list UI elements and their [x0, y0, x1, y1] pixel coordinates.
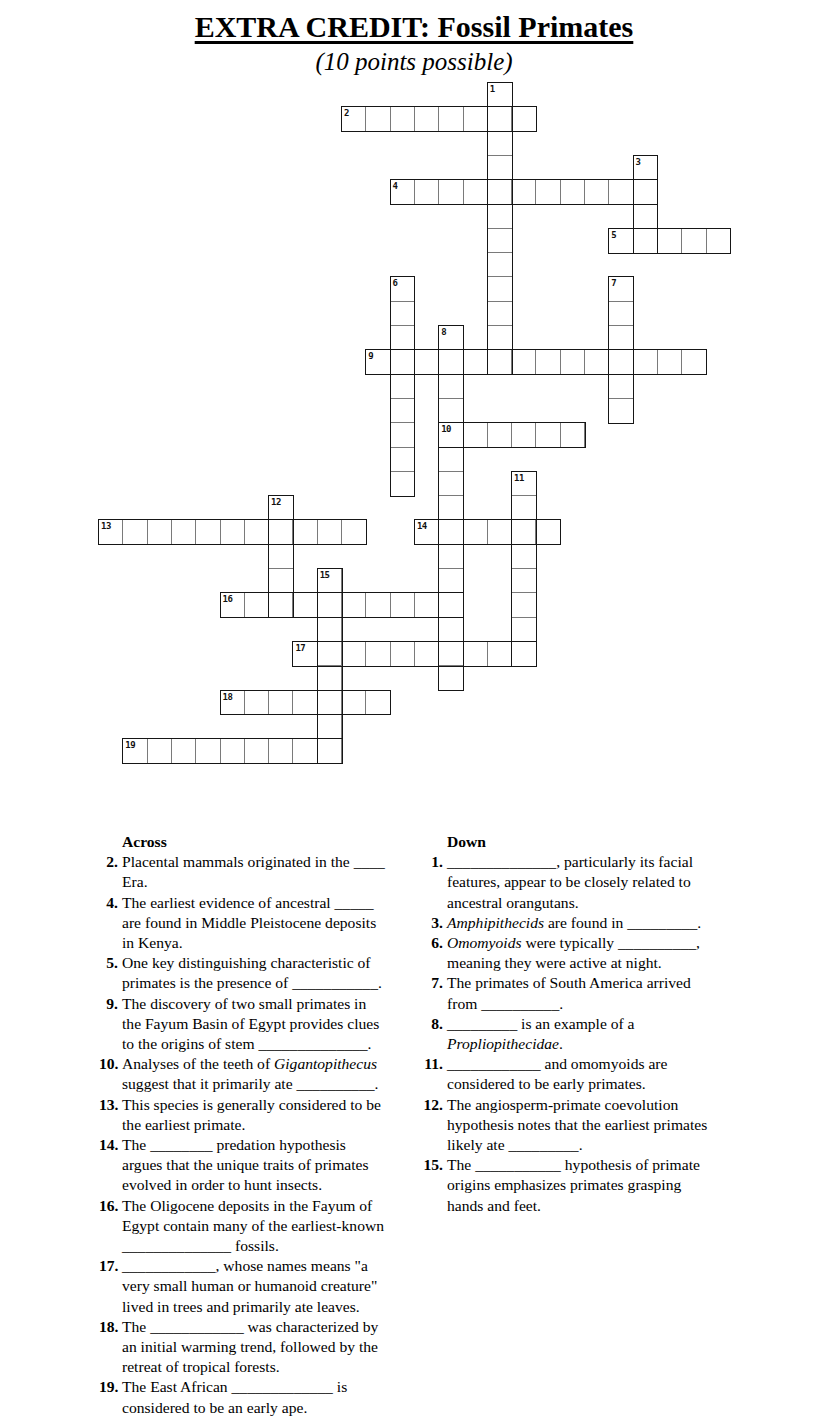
clue-text: The ___________ hypothesis of primateori…	[447, 1156, 700, 1213]
crossword-cell-r25-c6[interactable]	[244, 690, 270, 716]
crossword-cell-r20-c14[interactable]	[438, 568, 464, 594]
crossword-cell-r25-c8[interactable]	[292, 690, 318, 716]
clue-number: 9.	[99, 994, 118, 1014]
crossword-cell-r14-c15[interactable]	[463, 422, 489, 448]
crossword-cell-r6-c23[interactable]	[657, 228, 683, 254]
crossword-cell-r27-c9[interactable]	[317, 738, 343, 764]
down-clue-list: 1.______________, particularly its facia…	[419, 852, 749, 1216]
crossword-cell-r14-c19[interactable]	[560, 422, 586, 448]
clue-down-7: 7.The primates of South America arrivedf…	[419, 973, 749, 1013]
crossword-cell-r20-c7[interactable]	[268, 568, 294, 594]
clue-down-1: 1.______________, particularly its facia…	[419, 852, 749, 913]
crossword-cell-r18-c15[interactable]	[463, 519, 489, 545]
crossword-cell-r27-c5[interactable]	[220, 738, 246, 764]
crossword-cell-r11-c21[interactable]	[608, 349, 634, 375]
crossword-cell-r8-c16[interactable]	[487, 276, 513, 302]
crossword-cell-r22-c9[interactable]	[317, 617, 343, 643]
down-header: Down	[419, 832, 749, 852]
crossword-cell-r11-c14[interactable]	[438, 349, 464, 375]
clue-down-8: 8._________ is an example of aPropliopit…	[419, 1014, 749, 1054]
clue-number: 14.	[99, 1135, 118, 1155]
clue-number: 11.	[419, 1054, 443, 1074]
crossword-cell-r6-c22[interactable]	[633, 228, 659, 254]
clue-across-9: 9.The discovery of two small primates in…	[99, 994, 429, 1055]
cell-number-4: 4	[393, 182, 398, 191]
clue-number: 19.	[99, 1377, 118, 1397]
clue-text: Amphipithecids are found in _________.	[447, 914, 701, 931]
crossword-cell-r18-c5[interactable]	[220, 519, 246, 545]
crossword-cell-r11-c22[interactable]	[633, 349, 659, 375]
crossword-cell-r20-c17[interactable]	[511, 568, 537, 594]
crossword-cell-r11-c18[interactable]	[535, 349, 561, 375]
clue-number: 3.	[419, 913, 443, 933]
clue-text: Placental mammals originated in the ____…	[122, 853, 385, 890]
crossword-cell-r21-c13[interactable]	[414, 592, 440, 618]
across-header: Across	[99, 832, 429, 852]
crossword-cell-r12-c14[interactable]	[438, 374, 464, 400]
crossword-cell-r23-c10[interactable]	[341, 641, 367, 667]
crossword-cell-r13-c12[interactable]	[390, 398, 416, 424]
clue-number: 16.	[99, 1196, 118, 1216]
across-clue-list: 2.Placental mammals originated in the __…	[99, 852, 429, 1418]
crossword-cell-r13-c14[interactable]	[438, 398, 464, 424]
crossword-cell-r14-c16[interactable]	[487, 422, 513, 448]
crossword-cell-r9-c12[interactable]	[390, 301, 416, 327]
crossword-cell-r2-c16[interactable]	[487, 131, 513, 157]
crossword-cell-r4-c22[interactable]	[633, 179, 659, 205]
crossword-cell-r27-c2[interactable]	[147, 738, 173, 764]
crossword-cell-r4-c13[interactable]	[414, 179, 440, 205]
clue-number: 6.	[419, 933, 443, 953]
clue-text: The primates of South America arrivedfro…	[447, 974, 691, 1011]
clue-text: Analyses of the teeth of Gigantopithecus…	[122, 1055, 378, 1092]
crossword-cell-r21-c11[interactable]	[365, 592, 391, 618]
crossword-cell-r23-c15[interactable]	[463, 641, 489, 667]
clue-number: 7.	[419, 973, 443, 993]
crossword-cell-r15-c12[interactable]	[390, 447, 416, 473]
cell-number-14: 14	[417, 522, 427, 531]
cell-number-6: 6	[393, 279, 398, 288]
clue-number: 5.	[99, 953, 118, 973]
crossword-cell-r11-c19[interactable]	[560, 349, 586, 375]
crossword-cell-r1-c13[interactable]	[414, 106, 440, 132]
crossword-cell-r18-c9[interactable]	[317, 519, 343, 545]
crossword-cell-r25-c7[interactable]	[268, 690, 294, 716]
crossword-cell-r7-c16[interactable]	[487, 252, 513, 278]
crossword-cell-r6-c16[interactable]	[487, 228, 513, 254]
clue-text: The ________ predation hypothesisargues …	[122, 1136, 369, 1193]
cell-number-12: 12	[271, 498, 281, 507]
crossword-grid: 12345678910111213141516171819	[98, 82, 730, 763]
clue-text: Omomyoids were typically __________,mean…	[447, 934, 700, 971]
cell-number-19: 19	[125, 741, 135, 750]
crossword-cell-r18-c3[interactable]	[171, 519, 197, 545]
crossword-cell-r14-c18[interactable]	[535, 422, 561, 448]
crossword-cell-r18-c18[interactable]	[535, 519, 561, 545]
crossword-cell-r11-c16[interactable]	[487, 349, 513, 375]
crossword-cell-r16-c14[interactable]	[438, 471, 464, 497]
crossword-cell-r4-c14[interactable]	[438, 179, 464, 205]
crossword-cell-r21-c17[interactable]	[511, 592, 537, 618]
crossword-cell-r13-c21[interactable]	[608, 398, 634, 424]
crossword-cell-r14-c12[interactable]	[390, 422, 416, 448]
crossword-cell-r21-c9[interactable]	[317, 592, 343, 618]
crossword-cell-r27-c4[interactable]	[195, 738, 221, 764]
crossword-cell-r19-c14[interactable]	[438, 544, 464, 570]
crossword-cell-r1-c17[interactable]	[511, 106, 537, 132]
clue-number: 8.	[419, 1014, 443, 1034]
crossword-cell-r9-c21[interactable]	[608, 301, 634, 327]
cell-number-15: 15	[320, 571, 330, 580]
clue-across-17: 17.____________, whose names means "aver…	[99, 1256, 429, 1317]
crossword-cell-r11-c12[interactable]	[390, 349, 416, 375]
cell-number-7: 7	[611, 279, 616, 288]
crossword-cell-r26-c9[interactable]	[317, 714, 343, 740]
crossword-cell-r11-c13[interactable]	[414, 349, 440, 375]
cell-number-3: 3	[636, 158, 641, 167]
crossword-cell-r18-c2[interactable]	[147, 519, 173, 545]
crossword-cell-r16-c12[interactable]	[390, 471, 416, 497]
clue-text: The discovery of two small primates inth…	[122, 995, 379, 1052]
crossword-cell-r18-c17[interactable]	[511, 519, 537, 545]
clue-across-13: 13.This species is generally considered …	[99, 1095, 429, 1135]
cell-number-16: 16	[223, 595, 233, 604]
clue-number: 10.	[99, 1054, 118, 1074]
crossword-cell-r18-c14[interactable]	[438, 519, 464, 545]
clue-across-18: 18.The ____________ was characterized by…	[99, 1317, 429, 1378]
crossword-cell-r23-c14[interactable]	[438, 641, 464, 667]
clue-down-12: 12.The angiosperm-primate coevolutionhyp…	[419, 1095, 749, 1156]
crossword-cell-r27-c8[interactable]	[292, 738, 318, 764]
clue-text: The earliest evidence of ancestral _____…	[122, 894, 376, 951]
clue-number: 18.	[99, 1317, 118, 1337]
crossword-cell-r22-c14[interactable]	[438, 617, 464, 643]
crossword-cell-r18-c8[interactable]	[292, 519, 318, 545]
clue-across-2: 2.Placental mammals originated in the __…	[99, 852, 429, 892]
down-clues-column: Down 1.______________, particularly its …	[419, 832, 749, 1216]
crossword-cell-r10-c16[interactable]	[487, 325, 513, 351]
crossword-cell-r24-c9[interactable]	[317, 665, 343, 691]
clue-number: 17.	[99, 1256, 118, 1276]
crossword-cell-r10-c21[interactable]	[608, 325, 634, 351]
crossword-cell-r23-c12[interactable]	[390, 641, 416, 667]
crossword-cell-r11-c17[interactable]	[511, 349, 537, 375]
crossword-cell-r27-c7[interactable]	[268, 738, 294, 764]
worksheet-page: EXTRA CREDIT: Fossil Primates (10 points…	[0, 0, 828, 1418]
clue-down-15: 15.The ___________ hypothesis of primate…	[419, 1155, 749, 1216]
crossword-cell-r4-c15[interactable]	[463, 179, 489, 205]
crossword-cell-r18-c1[interactable]	[122, 519, 148, 545]
crossword-cell-r6-c24[interactable]	[681, 228, 707, 254]
crossword-cell-r23-c16[interactable]	[487, 641, 513, 667]
crossword-cell-r21-c12[interactable]	[390, 592, 416, 618]
crossword-cell-r4-c17[interactable]	[511, 179, 537, 205]
clue-text: The East African _____________ isconside…	[122, 1378, 347, 1415]
cell-number-10: 10	[441, 425, 451, 434]
clue-across-14: 14.The ________ predation hypothesisargu…	[99, 1135, 429, 1196]
clue-across-19: 19.The East African _____________ iscons…	[99, 1377, 429, 1417]
crossword-cell-r21-c8[interactable]	[292, 592, 318, 618]
crossword-cell-r5-c16[interactable]	[487, 204, 513, 230]
crossword-cell-r11-c15[interactable]	[463, 349, 489, 375]
crossword-cell-r5-c22[interactable]	[633, 204, 659, 230]
crossword-cell-r4-c18[interactable]	[535, 179, 561, 205]
across-clues-column: Across 2.Placental mammals originated in…	[99, 832, 429, 1418]
crossword-cell-r14-c17[interactable]	[511, 422, 537, 448]
clue-number: 15.	[419, 1155, 443, 1175]
crossword-cell-r4-c16[interactable]	[487, 179, 513, 205]
crossword-cell-r11-c23[interactable]	[657, 349, 683, 375]
crossword-cell-r4-c21[interactable]	[608, 179, 634, 205]
crossword-cell-r21-c14[interactable]	[438, 592, 464, 618]
crossword-cell-r25-c11[interactable]	[365, 690, 391, 716]
clue-number: 2.	[99, 852, 118, 872]
crossword-cell-r1-c11[interactable]	[365, 106, 391, 132]
cell-number-5: 5	[611, 231, 616, 240]
crossword-cell-r3-c16[interactable]	[487, 155, 513, 181]
clue-number: 1.	[419, 852, 443, 872]
crossword-cell-r18-c10[interactable]	[341, 519, 367, 545]
clue-text: The ____________ was characterized byan …	[122, 1318, 378, 1375]
crossword-cell-r18-c7[interactable]	[268, 519, 294, 545]
page-title: EXTRA CREDIT: Fossil Primates	[0, 8, 828, 46]
crossword-cell-r15-c14[interactable]	[438, 447, 464, 473]
crossword-cell-r1-c15[interactable]	[463, 106, 489, 132]
cell-number-11: 11	[514, 474, 524, 483]
clue-down-3: 3.Amphipithecids are found in _________.	[419, 913, 749, 933]
clue-down-11: 11.____________ and omomyoids areconside…	[419, 1054, 749, 1094]
crossword-cell-r6-c25[interactable]	[706, 228, 732, 254]
cell-number-18: 18	[223, 693, 233, 702]
cell-number-8: 8	[441, 328, 446, 337]
crossword-cell-r22-c17[interactable]	[511, 617, 537, 643]
clue-text: _________ is an example of aPropliopithe…	[447, 1015, 635, 1052]
cell-number-17: 17	[295, 644, 305, 653]
cell-number-9: 9	[368, 352, 373, 361]
clue-text: The angiosperm-primate coevolutionhypoth…	[447, 1096, 707, 1153]
crossword-cell-r11-c24[interactable]	[681, 349, 707, 375]
crossword-cell-r1-c14[interactable]	[438, 106, 464, 132]
page-subtitle: (10 points possible)	[0, 47, 828, 77]
cell-number-2: 2	[344, 109, 349, 118]
crossword-cell-r1-c12[interactable]	[390, 106, 416, 132]
clue-number: 4.	[99, 893, 118, 913]
crossword-cell-r19-c17[interactable]	[511, 544, 537, 570]
crossword-cell-r21-c10[interactable]	[341, 592, 367, 618]
crossword-cell-r12-c21[interactable]	[608, 374, 634, 400]
clue-text: ______________, particularly its facialf…	[447, 853, 693, 910]
crossword-cell-r1-c16[interactable]	[487, 106, 513, 132]
clue-text: ____________ and omomyoids areconsidered…	[447, 1055, 667, 1092]
crossword-cell-r23-c9[interactable]	[317, 641, 343, 667]
crossword-cell-r9-c16[interactable]	[487, 301, 513, 327]
crossword-cell-r27-c6[interactable]	[244, 738, 270, 764]
crossword-cell-r18-c4[interactable]	[195, 519, 221, 545]
crossword-cell-r21-c7[interactable]	[268, 592, 294, 618]
crossword-cell-r18-c16[interactable]	[487, 519, 513, 545]
clue-number: 13.	[99, 1095, 118, 1115]
clue-across-16: 16.The Oligocene deposits in the Fayum o…	[99, 1196, 429, 1257]
clue-across-4: 4.The earliest evidence of ancestral ___…	[99, 893, 429, 954]
crossword-cell-r25-c9[interactable]	[317, 690, 343, 716]
clue-down-6: 6.Omomyoids were typically __________,me…	[419, 933, 749, 973]
clue-number: 12.	[419, 1095, 443, 1115]
crossword-cell-r18-c6[interactable]	[244, 519, 270, 545]
crossword-cell-r11-c20[interactable]	[584, 349, 610, 375]
crossword-cell-r23-c11[interactable]	[365, 641, 391, 667]
clue-text: The Oligocene deposits in the Fayum ofEg…	[122, 1197, 384, 1254]
crossword-cell-r27-c3[interactable]	[171, 738, 197, 764]
crossword-cell-r24-c14[interactable]	[438, 665, 464, 691]
cell-number-1: 1	[490, 85, 495, 94]
crossword-cell-r17-c14[interactable]	[438, 495, 464, 521]
crossword-cell-r4-c19[interactable]	[560, 179, 586, 205]
crossword-cell-r17-c17[interactable]	[511, 495, 537, 521]
cell-number-13: 13	[101, 522, 111, 531]
clue-text: One key distinguishing characteristic of…	[122, 954, 382, 991]
crossword-cell-r12-c12[interactable]	[390, 374, 416, 400]
crossword-cell-r19-c7[interactable]	[268, 544, 294, 570]
crossword-cell-r23-c17[interactable]	[511, 641, 537, 667]
crossword-cell-r4-c20[interactable]	[584, 179, 610, 205]
clue-across-5: 5.One key distinguishing characteristic …	[99, 953, 429, 993]
clue-across-10: 10.Analyses of the teeth of Gigantopithe…	[99, 1054, 429, 1094]
crossword-cell-r23-c13[interactable]	[414, 641, 440, 667]
clue-text: This species is generally considered to …	[122, 1096, 381, 1133]
crossword-cell-r10-c12[interactable]	[390, 325, 416, 351]
crossword-cell-r21-c6[interactable]	[244, 592, 270, 618]
clue-text: ____________, whose names means "avery s…	[122, 1257, 377, 1314]
crossword-cell-r25-c10[interactable]	[341, 690, 367, 716]
